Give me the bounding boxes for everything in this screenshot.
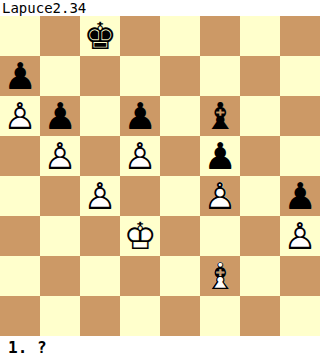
square-c3[interactable] xyxy=(80,216,120,256)
square-d1[interactable] xyxy=(120,296,160,336)
black-bishop-icon: ♝ xyxy=(200,96,240,136)
square-b8[interactable] xyxy=(40,16,80,56)
square-g8[interactable] xyxy=(240,16,280,56)
square-g5[interactable] xyxy=(240,136,280,176)
square-g7[interactable] xyxy=(240,56,280,96)
square-f2[interactable]: ♝♗ xyxy=(200,256,240,296)
black-pawn-icon: ♟ xyxy=(0,56,40,96)
square-a8[interactable] xyxy=(0,16,40,56)
square-c2[interactable] xyxy=(80,256,120,296)
diagram-title: Lapuce2.34 xyxy=(2,0,86,16)
square-b2[interactable] xyxy=(40,256,80,296)
square-d2[interactable] xyxy=(120,256,160,296)
white-pawn-icon: ♙ xyxy=(0,96,40,136)
piece-white-pawn: ♟♙ xyxy=(200,176,240,216)
square-f3[interactable] xyxy=(200,216,240,256)
square-g1[interactable] xyxy=(240,296,280,336)
square-d8[interactable] xyxy=(120,16,160,56)
piece-white-pawn: ♟♙ xyxy=(280,216,320,256)
black-pawn-icon: ♟ xyxy=(120,96,160,136)
square-f6[interactable]: ♝ xyxy=(200,96,240,136)
piece-black-pawn: ♟ xyxy=(280,176,320,216)
white-bishop-icon: ♗ xyxy=(200,256,240,296)
white-pawn-icon: ♙ xyxy=(200,176,240,216)
piece-white-king: ♚♔ xyxy=(120,216,160,256)
square-b7[interactable] xyxy=(40,56,80,96)
square-b5[interactable]: ♟♙ xyxy=(40,136,80,176)
piece-black-king: ♚ xyxy=(80,16,120,56)
black-pawn-icon: ♟ xyxy=(40,96,80,136)
white-king-icon: ♔ xyxy=(120,216,160,256)
square-f8[interactable] xyxy=(200,16,240,56)
white-pawn-icon: ♙ xyxy=(120,136,160,176)
square-d5[interactable]: ♟♙ xyxy=(120,136,160,176)
square-f7[interactable] xyxy=(200,56,240,96)
square-a3[interactable] xyxy=(0,216,40,256)
square-d4[interactable] xyxy=(120,176,160,216)
piece-white-bishop: ♝♗ xyxy=(200,256,240,296)
square-h7[interactable] xyxy=(280,56,320,96)
square-b3[interactable] xyxy=(40,216,80,256)
square-h6[interactable] xyxy=(280,96,320,136)
black-pawn-icon: ♟ xyxy=(280,176,320,216)
piece-white-pawn: ♟♙ xyxy=(0,96,40,136)
piece-white-pawn: ♟♙ xyxy=(80,176,120,216)
square-c6[interactable] xyxy=(80,96,120,136)
black-pawn-icon: ♟ xyxy=(200,136,240,176)
square-e4[interactable] xyxy=(160,176,200,216)
square-e8[interactable] xyxy=(160,16,200,56)
white-pawn-icon: ♙ xyxy=(280,216,320,256)
square-c7[interactable] xyxy=(80,56,120,96)
square-b6[interactable]: ♟ xyxy=(40,96,80,136)
square-d7[interactable] xyxy=(120,56,160,96)
square-d3[interactable]: ♚♔ xyxy=(120,216,160,256)
piece-black-pawn: ♟ xyxy=(40,96,80,136)
square-a6[interactable]: ♟♙ xyxy=(0,96,40,136)
square-e3[interactable] xyxy=(160,216,200,256)
square-e2[interactable] xyxy=(160,256,200,296)
black-king-icon: ♚ xyxy=(80,16,120,56)
white-pawn-icon: ♙ xyxy=(40,136,80,176)
piece-black-pawn: ♟ xyxy=(0,56,40,96)
chess-board: ♚♟♟♙♟♟♝♟♙♟♙♟♟♙♟♙♟♚♔♟♙♝♗ xyxy=(0,16,320,336)
square-c8[interactable]: ♚ xyxy=(80,16,120,56)
square-a4[interactable] xyxy=(0,176,40,216)
square-c1[interactable] xyxy=(80,296,120,336)
square-g3[interactable] xyxy=(240,216,280,256)
square-a7[interactable]: ♟ xyxy=(0,56,40,96)
white-pawn-icon: ♙ xyxy=(80,176,120,216)
move-prompt: 1. ? xyxy=(8,338,47,357)
square-b4[interactable] xyxy=(40,176,80,216)
square-f5[interactable]: ♟ xyxy=(200,136,240,176)
square-d6[interactable]: ♟ xyxy=(120,96,160,136)
square-e6[interactable] xyxy=(160,96,200,136)
square-f4[interactable]: ♟♙ xyxy=(200,176,240,216)
square-h5[interactable] xyxy=(280,136,320,176)
piece-white-pawn: ♟♙ xyxy=(120,136,160,176)
square-b1[interactable] xyxy=(40,296,80,336)
square-e5[interactable] xyxy=(160,136,200,176)
square-e1[interactable] xyxy=(160,296,200,336)
piece-white-pawn: ♟♙ xyxy=(40,136,80,176)
square-h8[interactable] xyxy=(280,16,320,56)
square-a1[interactable] xyxy=(0,296,40,336)
piece-black-bishop: ♝ xyxy=(200,96,240,136)
square-g4[interactable] xyxy=(240,176,280,216)
piece-black-pawn: ♟ xyxy=(120,96,160,136)
square-f1[interactable] xyxy=(200,296,240,336)
square-a5[interactable] xyxy=(0,136,40,176)
square-h1[interactable] xyxy=(280,296,320,336)
square-c5[interactable] xyxy=(80,136,120,176)
piece-black-pawn: ♟ xyxy=(200,136,240,176)
square-e7[interactable] xyxy=(160,56,200,96)
square-g6[interactable] xyxy=(240,96,280,136)
square-g2[interactable] xyxy=(240,256,280,296)
square-h3[interactable]: ♟♙ xyxy=(280,216,320,256)
square-a2[interactable] xyxy=(0,256,40,296)
square-h2[interactable] xyxy=(280,256,320,296)
square-c4[interactable]: ♟♙ xyxy=(80,176,120,216)
square-h4[interactable]: ♟ xyxy=(280,176,320,216)
